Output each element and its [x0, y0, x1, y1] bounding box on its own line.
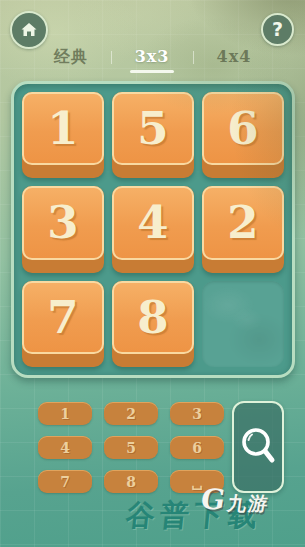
mode-tab-bar: 经典 3x3 4x4 — [0, 46, 305, 68]
tile-number: 8 — [137, 295, 168, 340]
tile-3[interactable]: 3 — [22, 186, 104, 272]
site-watermark: 谷普下载 — [124, 501, 263, 530]
tile-7[interactable]: 7 — [22, 281, 104, 367]
tab-3x3[interactable]: 3x3 — [135, 49, 170, 65]
puzzle-board: 15634278 — [11, 81, 295, 378]
tile-5[interactable]: 5 — [112, 92, 194, 178]
tab-classic[interactable]: 经典 — [54, 49, 88, 65]
ref-cell-3: 3 — [170, 402, 224, 425]
tile-face: 3 — [22, 186, 104, 259]
tile-number: 5 — [137, 106, 168, 151]
tile-6[interactable]: 6 — [202, 92, 284, 178]
tile-face: 7 — [22, 281, 104, 354]
ref-cell-2: 2 — [104, 402, 158, 425]
ref-cell-6: 6 — [170, 436, 224, 459]
home-icon — [19, 20, 39, 40]
tile-2[interactable]: 2 — [202, 186, 284, 272]
tile-number: 3 — [47, 200, 78, 245]
tile-number: 6 — [227, 106, 258, 151]
tile-1[interactable]: 1 — [22, 92, 104, 178]
tile-face: 4 — [112, 186, 194, 259]
preview-button[interactable] — [232, 401, 284, 493]
ref-cell-1: 1 — [38, 402, 92, 425]
tile-face: 2 — [202, 186, 284, 259]
home-button[interactable] — [10, 11, 48, 49]
magnifier-icon — [238, 425, 278, 469]
tile-number: 4 — [137, 200, 168, 245]
ref-cell-8: 8 — [104, 470, 158, 493]
ref-cell-4: 4 — [38, 436, 92, 459]
tile-8[interactable]: 8 — [112, 281, 194, 367]
tab-separator — [111, 51, 112, 64]
tile-face: 5 — [112, 92, 194, 165]
help-button[interactable]: ? — [261, 13, 294, 46]
tab-4x4[interactable]: 4x4 — [217, 49, 252, 65]
game-screen: ? 经典 3x3 4x4 15634278 12345678␣ G 九游 谷普下… — [0, 0, 305, 547]
tile-face: 1 — [22, 92, 104, 165]
reference-grid: 12345678␣ — [38, 402, 224, 493]
tile-number: 7 — [47, 295, 78, 340]
tile-face: 6 — [202, 92, 284, 165]
question-mark-icon: ? — [272, 20, 283, 39]
tile-number: 2 — [227, 200, 258, 245]
ref-cell-7: 7 — [38, 470, 92, 493]
tile-4[interactable]: 4 — [112, 186, 194, 272]
tile-number: 1 — [47, 106, 78, 151]
tile-face: 8 — [112, 281, 194, 354]
ref-cell-blank: ␣ — [170, 470, 224, 493]
ref-cell-5: 5 — [104, 436, 158, 459]
empty-cell — [202, 281, 284, 367]
tab-separator — [193, 51, 194, 64]
